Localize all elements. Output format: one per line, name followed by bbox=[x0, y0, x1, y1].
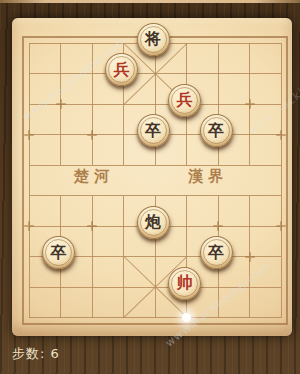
game-screen: 楚河 漢界 将兵兵卒卒炮卒卒帅 步数: 6 www.hackhome.com w… bbox=[0, 0, 300, 374]
piece-glyph: 兵 bbox=[114, 62, 130, 78]
piece-glyph: 帅 bbox=[177, 275, 193, 291]
piece-glyph: 炮 bbox=[145, 214, 161, 230]
piece-glyph: 将 bbox=[145, 31, 161, 47]
piece-glyph: 卒 bbox=[51, 245, 67, 261]
piece-red-soldier[interactable]: 兵 bbox=[105, 53, 138, 86]
top-wood-trim bbox=[0, 0, 300, 3]
step-counter-label: 步数: bbox=[12, 346, 45, 361]
xiangqi-board[interactable]: 楚河 漢界 将兵兵卒卒炮卒卒帅 bbox=[12, 18, 292, 336]
piece-grid: 将兵兵卒卒炮卒卒帅 bbox=[13, 28, 297, 333]
piece-black-cannon[interactable]: 炮 bbox=[137, 206, 170, 239]
piece-black-soldier[interactable]: 卒 bbox=[42, 236, 75, 269]
piece-glyph: 卒 bbox=[208, 123, 224, 139]
piece-black-soldier[interactable]: 卒 bbox=[200, 236, 233, 269]
last-move-indicator-dot bbox=[182, 313, 191, 322]
piece-red-soldier[interactable]: 兵 bbox=[168, 84, 201, 117]
piece-black-soldier[interactable]: 卒 bbox=[200, 114, 233, 147]
bottom-status-bar: 步数: 6 bbox=[0, 336, 300, 374]
piece-red-general[interactable]: 帅 bbox=[168, 267, 201, 300]
piece-glyph: 兵 bbox=[177, 92, 193, 108]
piece-glyph: 卒 bbox=[208, 245, 224, 261]
step-counter-value: 6 bbox=[51, 346, 60, 361]
step-counter: 步数: 6 bbox=[12, 345, 60, 363]
piece-black-general[interactable]: 将 bbox=[137, 23, 170, 56]
piece-glyph: 卒 bbox=[145, 123, 161, 139]
piece-black-soldier[interactable]: 卒 bbox=[137, 114, 170, 147]
